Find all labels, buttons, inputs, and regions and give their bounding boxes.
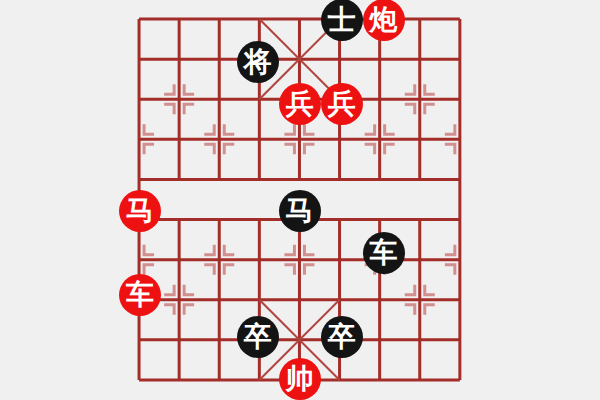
- screen: 士炮将兵兵马马车车卒卒帅: [0, 0, 600, 400]
- black-horse[interactable]: 马: [279, 190, 321, 232]
- red-cannon[interactable]: 炮: [363, 0, 405, 41]
- black-advisor[interactable]: 士: [321, 0, 363, 41]
- red-chariot[interactable]: 车: [119, 274, 161, 316]
- black-pawn-2[interactable]: 卒: [321, 316, 363, 358]
- xiangqi-board[interactable]: 士炮将兵兵马马车车卒卒帅: [119, 0, 480, 400]
- black-general[interactable]: 将: [237, 41, 279, 83]
- red-pawn-2[interactable]: 兵: [321, 83, 363, 125]
- red-general[interactable]: 帅: [279, 358, 321, 400]
- red-pawn-1[interactable]: 兵: [279, 83, 321, 125]
- black-chariot[interactable]: 车: [363, 232, 405, 274]
- black-pawn-1[interactable]: 卒: [237, 316, 279, 358]
- red-horse[interactable]: 马: [119, 190, 161, 232]
